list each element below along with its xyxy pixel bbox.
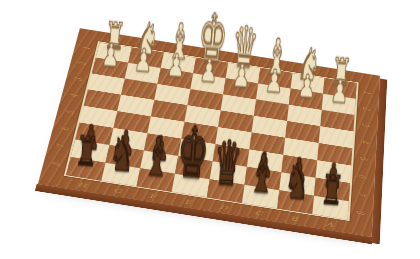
rank-label-right-7: 7: [356, 191, 367, 196]
board-rotation-wrapper: ♜♞♝♚♛♝♞♜♟♟♟♟♟♟♟♟♟♟♟♟♟♟♟♟♜♞♝♚♛♝♞♜ HGFEDCB…: [35, 0, 401, 259]
square-g4: [117, 95, 154, 117]
rank-label-left-7: 7: [55, 144, 67, 149]
rank-label-left-2: 2: [77, 61, 88, 66]
rank-label-right-5: 5: [358, 156, 369, 161]
rank-label-left-8: 8: [50, 162, 62, 167]
square-h8: ♜: [66, 157, 105, 181]
file-label-near-d: D: [219, 204, 228, 211]
square-d8: ♛: [207, 179, 245, 203]
white-king: ♚: [179, 3, 247, 73]
square-e8: ♚: [172, 174, 210, 198]
photo-background: ♜♞♝♚♛♝♞♜♟♟♟♟♟♟♟♟♟♟♟♟♟♟♟♟♜♞♝♚♛♝♞♜ HGFEDCB…: [0, 0, 420, 259]
file-label-near-f: F: [148, 193, 156, 200]
square-f4: [151, 100, 188, 122]
rank-label-left-3: 3: [72, 77, 83, 82]
square-g8: ♞: [101, 163, 140, 187]
file-label-near-e: E: [184, 198, 193, 205]
board-side-edge-right: [371, 78, 387, 244]
square-b8: ♞: [277, 190, 314, 214]
file-label-near-b: B: [290, 215, 298, 222]
rank-label-left-4: 4: [68, 93, 80, 98]
chess-board: ♜♞♝♚♛♝♞♜♟♟♟♟♟♟♟♟♟♟♟♟♟♟♟♟♜♞♝♚♛♝♞♜: [66, 42, 357, 219]
square-e4: [184, 105, 220, 127]
board-perspective-wrapper: ♜♞♝♚♛♝♞♜♟♟♟♟♟♟♟♟♟♟♟♟♟♟♟♟♜♞♝♚♛♝♞♜ HGFEDCB…: [38, 28, 380, 237]
rank-label-left-1: 1: [81, 46, 92, 51]
rank-label-left-6: 6: [59, 127, 71, 132]
chess-board-frame: ♜♞♝♚♛♝♞♜♟♟♟♟♟♟♟♟♟♟♟♟♟♟♟♟♜♞♝♚♛♝♞♜ HGFEDCB…: [38, 28, 380, 237]
file-label-near-h: H: [77, 181, 88, 188]
file-label-far-g: G: [145, 41, 154, 47]
file-label-near-a: A: [325, 221, 333, 228]
square-a4: [319, 126, 354, 148]
file-label-far-a: A: [338, 71, 345, 77]
file-label-near-g: G: [113, 187, 123, 194]
file-label-far-h: H: [113, 35, 122, 41]
square-f8: ♝: [137, 168, 175, 192]
rank-label-left-5: 5: [64, 110, 76, 115]
square-d4: [218, 110, 254, 132]
file-label-far-f: F: [177, 46, 184, 52]
rank-label-right-8: 8: [355, 210, 367, 215]
file-label-far-c: C: [273, 61, 281, 67]
rank-label-right-2: 2: [361, 106, 372, 111]
rank-label-right-4: 4: [359, 139, 370, 144]
square-a8: ♜: [312, 196, 348, 220]
rank-label-right-3: 3: [360, 123, 371, 128]
rank-label-right-1: 1: [362, 90, 373, 95]
rank-label-right-6: 6: [357, 174, 368, 179]
square-c8: ♝: [242, 185, 279, 209]
file-label-far-d: D: [241, 56, 249, 62]
file-label-far-b: B: [305, 66, 312, 72]
file-label-near-c: C: [254, 209, 263, 216]
file-label-far-e: E: [209, 51, 217, 57]
